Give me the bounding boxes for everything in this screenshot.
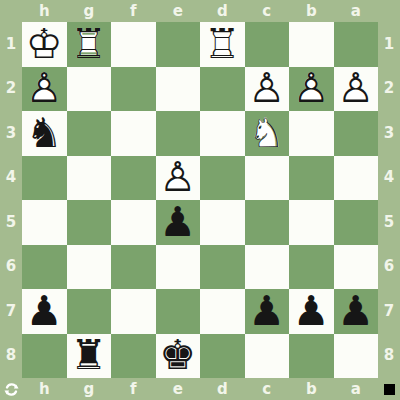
square-a7[interactable]: ♟ bbox=[334, 289, 379, 334]
square-d3[interactable] bbox=[200, 111, 245, 156]
file-label-d: d bbox=[200, 0, 245, 22]
corner-top-left bbox=[0, 0, 22, 22]
rank-label-1: 1 bbox=[0, 22, 22, 67]
square-h7[interactable]: ♟ bbox=[22, 289, 67, 334]
square-d8[interactable] bbox=[200, 334, 245, 379]
square-a6[interactable] bbox=[334, 245, 379, 290]
file-label-a: a bbox=[334, 378, 379, 400]
rank-label-4: 4 bbox=[378, 156, 400, 201]
file-label-g: g bbox=[67, 0, 112, 22]
rank-label-7: 7 bbox=[0, 289, 22, 334]
rank-labels-right: 12345678 bbox=[378, 22, 400, 378]
rank-label-2: 2 bbox=[0, 67, 22, 112]
file-label-a: a bbox=[334, 0, 379, 22]
square-a2[interactable]: ♟♙ bbox=[334, 67, 379, 112]
square-g6[interactable] bbox=[67, 245, 112, 290]
square-c3[interactable]: ♞♘ bbox=[245, 111, 290, 156]
piece-black-pawn: ♟ bbox=[245, 289, 290, 334]
square-h3[interactable]: ♞ bbox=[22, 111, 67, 156]
square-f3[interactable] bbox=[111, 111, 156, 156]
file-label-e: e bbox=[156, 378, 201, 400]
square-g8[interactable]: ♜ bbox=[67, 334, 112, 379]
square-f4[interactable] bbox=[111, 156, 156, 201]
square-f1[interactable] bbox=[111, 22, 156, 67]
square-c2[interactable]: ♟♙ bbox=[245, 67, 290, 112]
piece-black-knight: ♞ bbox=[22, 111, 67, 156]
square-g5[interactable] bbox=[67, 200, 112, 245]
square-f6[interactable] bbox=[111, 245, 156, 290]
piece-white-pawn: ♟♙ bbox=[289, 67, 334, 112]
rank-label-4: 4 bbox=[0, 156, 22, 201]
rank-label-6: 6 bbox=[378, 245, 400, 290]
file-labels-bottom: hgfedcba bbox=[22, 378, 378, 400]
square-d6[interactable] bbox=[200, 245, 245, 290]
square-g2[interactable] bbox=[67, 67, 112, 112]
flip-board-icon bbox=[3, 381, 20, 398]
square-h4[interactable] bbox=[22, 156, 67, 201]
piece-white-pawn: ♟♙ bbox=[334, 67, 379, 112]
rank-label-5: 5 bbox=[0, 200, 22, 245]
piece-black-king: ♚ bbox=[156, 334, 201, 379]
square-b8[interactable] bbox=[289, 334, 334, 379]
square-g4[interactable] bbox=[67, 156, 112, 201]
square-g7[interactable] bbox=[67, 289, 112, 334]
square-b2[interactable]: ♟♙ bbox=[289, 67, 334, 112]
rank-label-7: 7 bbox=[378, 289, 400, 334]
square-e7[interactable] bbox=[156, 289, 201, 334]
square-c7[interactable]: ♟ bbox=[245, 289, 290, 334]
rank-label-5: 5 bbox=[378, 200, 400, 245]
square-a3[interactable] bbox=[334, 111, 379, 156]
square-b1[interactable] bbox=[289, 22, 334, 67]
file-label-c: c bbox=[245, 378, 290, 400]
file-label-d: d bbox=[200, 378, 245, 400]
flip-board-button[interactable] bbox=[0, 378, 22, 400]
square-b7[interactable]: ♟ bbox=[289, 289, 334, 334]
square-d2[interactable] bbox=[200, 67, 245, 112]
rank-label-3: 3 bbox=[378, 111, 400, 156]
rank-labels-left: 12345678 bbox=[0, 22, 22, 378]
square-e1[interactable] bbox=[156, 22, 201, 67]
file-label-h: h bbox=[22, 0, 67, 22]
file-label-b: b bbox=[289, 378, 334, 400]
square-c8[interactable] bbox=[245, 334, 290, 379]
square-h5[interactable] bbox=[22, 200, 67, 245]
file-label-g: g bbox=[67, 378, 112, 400]
square-f7[interactable] bbox=[111, 289, 156, 334]
square-h6[interactable] bbox=[22, 245, 67, 290]
rank-label-2: 2 bbox=[378, 67, 400, 112]
rank-label-8: 8 bbox=[0, 334, 22, 379]
file-label-b: b bbox=[289, 0, 334, 22]
square-g1[interactable]: ♜♖ bbox=[67, 22, 112, 67]
chess-board: ♚♔♜♖♜♖♟♙♟♙♟♙♟♙♞♞♘♟♙♟♟♟♟♟♜♚ bbox=[22, 22, 378, 378]
piece-white-rook: ♜♖ bbox=[67, 22, 112, 67]
square-a5[interactable] bbox=[334, 200, 379, 245]
square-f5[interactable] bbox=[111, 200, 156, 245]
square-e6[interactable] bbox=[156, 245, 201, 290]
file-label-f: f bbox=[111, 378, 156, 400]
square-e8[interactable]: ♚ bbox=[156, 334, 201, 379]
piece-white-pawn: ♟♙ bbox=[22, 67, 67, 112]
file-label-f: f bbox=[111, 0, 156, 22]
square-a8[interactable] bbox=[334, 334, 379, 379]
file-label-c: c bbox=[245, 0, 290, 22]
rank-label-1: 1 bbox=[378, 22, 400, 67]
rank-label-3: 3 bbox=[0, 111, 22, 156]
square-b5[interactable] bbox=[289, 200, 334, 245]
piece-black-pawn: ♟ bbox=[289, 289, 334, 334]
square-c6[interactable] bbox=[245, 245, 290, 290]
black-to-move-indicator bbox=[384, 384, 395, 395]
square-a4[interactable] bbox=[334, 156, 379, 201]
square-d1[interactable]: ♜♖ bbox=[200, 22, 245, 67]
rank-label-8: 8 bbox=[378, 334, 400, 379]
square-b3[interactable] bbox=[289, 111, 334, 156]
square-f8[interactable] bbox=[111, 334, 156, 379]
piece-black-pawn: ♟ bbox=[156, 200, 201, 245]
corner-top-right bbox=[378, 0, 400, 22]
square-h2[interactable]: ♟♙ bbox=[22, 67, 67, 112]
piece-black-pawn: ♟ bbox=[334, 289, 379, 334]
square-h1[interactable]: ♚♔ bbox=[22, 22, 67, 67]
file-label-h: h bbox=[22, 378, 67, 400]
square-c4[interactable] bbox=[245, 156, 290, 201]
piece-white-pawn: ♟♙ bbox=[156, 156, 201, 201]
square-d5[interactable] bbox=[200, 200, 245, 245]
file-label-e: e bbox=[156, 0, 201, 22]
square-g3[interactable] bbox=[67, 111, 112, 156]
square-h8[interactable] bbox=[22, 334, 67, 379]
piece-white-pawn: ♟♙ bbox=[245, 67, 290, 112]
square-c5[interactable] bbox=[245, 200, 290, 245]
square-e3[interactable] bbox=[156, 111, 201, 156]
chess-board-frame: hgfedcba 12345678 ♚♔♜♖♜♖♟♙♟♙♟♙♟♙♞♞♘♟♙♟♟♟… bbox=[0, 0, 400, 400]
square-e5[interactable]: ♟ bbox=[156, 200, 201, 245]
piece-white-king: ♚♔ bbox=[22, 22, 67, 67]
square-c1[interactable] bbox=[245, 22, 290, 67]
square-a1[interactable] bbox=[334, 22, 379, 67]
corner-bottom-right bbox=[378, 378, 400, 400]
square-b6[interactable] bbox=[289, 245, 334, 290]
piece-black-rook: ♜ bbox=[67, 334, 112, 379]
square-d4[interactable] bbox=[200, 156, 245, 201]
square-f2[interactable] bbox=[111, 67, 156, 112]
square-e2[interactable] bbox=[156, 67, 201, 112]
piece-white-knight: ♞♘ bbox=[245, 111, 290, 156]
square-e4[interactable]: ♟♙ bbox=[156, 156, 201, 201]
file-labels-top: hgfedcba bbox=[22, 0, 378, 22]
square-d7[interactable] bbox=[200, 289, 245, 334]
rank-label-6: 6 bbox=[0, 245, 22, 290]
square-b4[interactable] bbox=[289, 156, 334, 201]
piece-black-pawn: ♟ bbox=[22, 289, 67, 334]
piece-white-rook: ♜♖ bbox=[200, 22, 245, 67]
